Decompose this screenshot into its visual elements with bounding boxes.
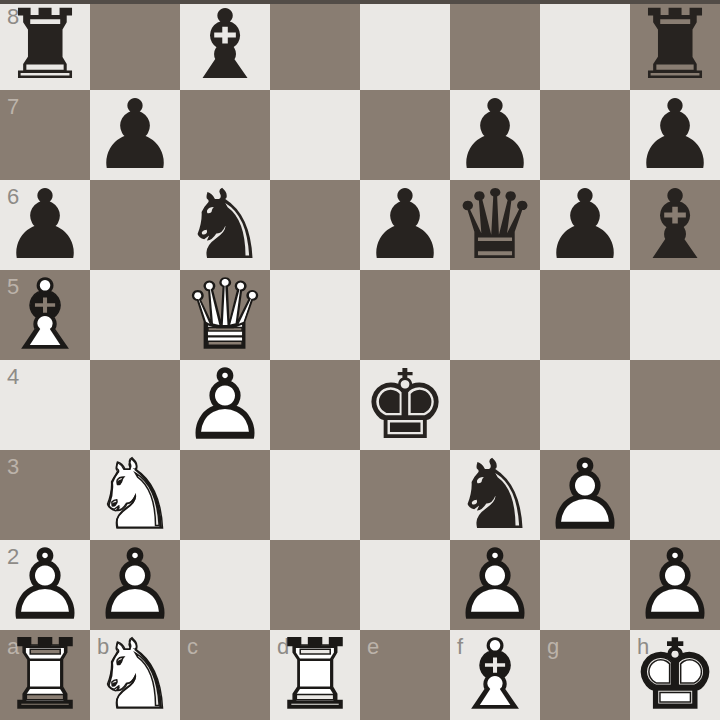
piece-black-bishop[interactable]: ♝ <box>180 0 270 90</box>
square-f8[interactable] <box>450 0 540 90</box>
piece-white-pawn[interactable]: ♟♙ <box>90 540 180 630</box>
square-h6[interactable]: ♝ <box>630 180 720 270</box>
square-g6[interactable]: ♟ <box>540 180 630 270</box>
square-a5[interactable]: 5♝♗ <box>0 270 90 360</box>
piece-white-pawn[interactable]: ♟♙ <box>0 540 90 630</box>
square-h7[interactable]: ♟ <box>630 90 720 180</box>
piece-glyph-fill: ♟ <box>450 90 540 180</box>
square-b1[interactable]: b♞♘ <box>90 630 180 720</box>
square-b7[interactable]: ♟ <box>90 90 180 180</box>
piece-white-rook[interactable]: ♜♖ <box>0 630 90 720</box>
square-c3[interactable] <box>180 450 270 540</box>
square-a2[interactable]: 2♟♙ <box>0 540 90 630</box>
piece-glyph-fill: ♟ <box>90 90 180 180</box>
square-d4[interactable] <box>270 360 360 450</box>
square-g5[interactable] <box>540 270 630 360</box>
piece-black-rook[interactable]: ♜ <box>630 0 720 90</box>
square-e4[interactable]: ♚ <box>360 360 450 450</box>
piece-white-bishop[interactable]: ♝♗ <box>0 270 90 360</box>
piece-black-pawn[interactable]: ♟ <box>540 180 630 270</box>
chess-board: 8♜♝♜7♟♟♟6♟♞♟♛♟♝5♝♗♛♕4♟♙♚3♞♘♞♟♙2♟♙♟♙♟♙♟♙a… <box>0 0 720 720</box>
square-c6[interactable]: ♞ <box>180 180 270 270</box>
piece-white-pawn[interactable]: ♟♙ <box>540 450 630 540</box>
square-g1[interactable]: g <box>540 630 630 720</box>
piece-glyph-outline: ♗ <box>450 630 540 720</box>
piece-white-rook[interactable]: ♜♖ <box>270 630 360 720</box>
piece-glyph-fill: ♜ <box>630 0 720 90</box>
top-edge-strip <box>0 0 720 4</box>
piece-black-queen[interactable]: ♛ <box>450 180 540 270</box>
square-b3[interactable]: ♞♘ <box>90 450 180 540</box>
square-e7[interactable] <box>360 90 450 180</box>
square-d8[interactable] <box>270 0 360 90</box>
square-a3[interactable]: 3 <box>0 450 90 540</box>
file-label-g: g <box>547 635 559 659</box>
square-g4[interactable] <box>540 360 630 450</box>
square-d2[interactable] <box>270 540 360 630</box>
square-b8[interactable] <box>90 0 180 90</box>
square-a1[interactable]: a♜♖ <box>0 630 90 720</box>
square-d6[interactable] <box>270 180 360 270</box>
square-h3[interactable] <box>630 450 720 540</box>
square-a4[interactable]: 4 <box>0 360 90 450</box>
square-h8[interactable]: ♜ <box>630 0 720 90</box>
piece-black-pawn[interactable]: ♟ <box>360 180 450 270</box>
piece-glyph-outline: ♙ <box>630 540 720 630</box>
piece-glyph-fill: ♛ <box>450 180 540 270</box>
square-h1[interactable]: h♚♔ <box>630 630 720 720</box>
square-d5[interactable] <box>270 270 360 360</box>
piece-glyph-outline: ♘ <box>90 630 180 720</box>
piece-glyph-fill: ♜ <box>0 0 90 90</box>
square-f1[interactable]: f♝♗ <box>450 630 540 720</box>
square-c5[interactable]: ♛♕ <box>180 270 270 360</box>
rank-label-3: 3 <box>7 455 19 479</box>
piece-glyph-outline: ♗ <box>0 270 90 360</box>
square-h4[interactable] <box>630 360 720 450</box>
piece-white-king[interactable]: ♚♔ <box>630 630 720 720</box>
square-e1[interactable]: e <box>360 630 450 720</box>
square-g8[interactable] <box>540 0 630 90</box>
piece-glyph-outline: ♖ <box>270 630 360 720</box>
square-e5[interactable] <box>360 270 450 360</box>
square-h2[interactable]: ♟♙ <box>630 540 720 630</box>
piece-black-pawn[interactable]: ♟ <box>630 90 720 180</box>
piece-black-king[interactable]: ♚ <box>360 360 450 450</box>
piece-glyph-fill: ♝ <box>180 0 270 90</box>
piece-black-knight[interactable]: ♞ <box>180 180 270 270</box>
square-b5[interactable] <box>90 270 180 360</box>
square-c2[interactable] <box>180 540 270 630</box>
square-e3[interactable] <box>360 450 450 540</box>
square-f2[interactable]: ♟♙ <box>450 540 540 630</box>
file-label-c: c <box>187 635 198 659</box>
piece-black-knight[interactable]: ♞ <box>450 450 540 540</box>
piece-glyph-fill: ♟ <box>0 180 90 270</box>
square-a7[interactable]: 7 <box>0 90 90 180</box>
piece-white-pawn[interactable]: ♟♙ <box>180 360 270 450</box>
piece-glyph-fill: ♟ <box>360 180 450 270</box>
square-d1[interactable]: d♜♖ <box>270 630 360 720</box>
square-a8[interactable]: 8♜ <box>0 0 90 90</box>
rank-label-7: 7 <box>7 95 19 119</box>
piece-glyph-outline: ♕ <box>180 270 270 360</box>
square-c8[interactable]: ♝ <box>180 0 270 90</box>
piece-glyph-outline: ♙ <box>0 540 90 630</box>
piece-white-pawn[interactable]: ♟♙ <box>630 540 720 630</box>
square-f4[interactable] <box>450 360 540 450</box>
piece-black-bishop[interactable]: ♝ <box>630 180 720 270</box>
board-frame: 8♜♝♜7♟♟♟6♟♞♟♛♟♝5♝♗♛♕4♟♙♚3♞♘♞♟♙2♟♙♟♙♟♙♟♙a… <box>0 0 720 720</box>
piece-glyph-fill: ♞ <box>450 450 540 540</box>
file-label-e: e <box>367 635 379 659</box>
piece-black-pawn[interactable]: ♟ <box>90 90 180 180</box>
square-e6[interactable]: ♟ <box>360 180 450 270</box>
square-g2[interactable] <box>540 540 630 630</box>
square-g7[interactable] <box>540 90 630 180</box>
piece-glyph-fill: ♚ <box>360 360 450 450</box>
piece-glyph-outline: ♙ <box>90 540 180 630</box>
piece-glyph-outline: ♘ <box>90 450 180 540</box>
rank-label-4: 4 <box>7 365 19 389</box>
square-e8[interactable] <box>360 0 450 90</box>
square-f3[interactable]: ♞ <box>450 450 540 540</box>
piece-glyph-fill: ♟ <box>540 180 630 270</box>
square-d7[interactable] <box>270 90 360 180</box>
square-b4[interactable] <box>90 360 180 450</box>
piece-black-pawn[interactable]: ♟ <box>0 180 90 270</box>
piece-white-knight[interactable]: ♞♘ <box>90 630 180 720</box>
square-d3[interactable] <box>270 450 360 540</box>
square-f6[interactable]: ♛ <box>450 180 540 270</box>
piece-glyph-outline: ♖ <box>0 630 90 720</box>
piece-white-queen[interactable]: ♛♕ <box>180 270 270 360</box>
piece-glyph-fill: ♟ <box>630 90 720 180</box>
piece-glyph-outline: ♔ <box>630 630 720 720</box>
square-b6[interactable] <box>90 180 180 270</box>
piece-glyph-fill: ♞ <box>180 180 270 270</box>
square-f7[interactable]: ♟ <box>450 90 540 180</box>
piece-glyph-outline: ♙ <box>180 360 270 450</box>
piece-black-pawn[interactable]: ♟ <box>450 90 540 180</box>
piece-black-rook[interactable]: ♜ <box>0 0 90 90</box>
piece-glyph-fill: ♝ <box>630 180 720 270</box>
square-h5[interactable] <box>630 270 720 360</box>
square-c4[interactable]: ♟♙ <box>180 360 270 450</box>
piece-glyph-outline: ♙ <box>450 540 540 630</box>
square-e2[interactable] <box>360 540 450 630</box>
piece-white-knight[interactable]: ♞♘ <box>90 450 180 540</box>
square-c1[interactable]: c <box>180 630 270 720</box>
piece-white-pawn[interactable]: ♟♙ <box>450 540 540 630</box>
square-f5[interactable] <box>450 270 540 360</box>
square-g3[interactable]: ♟♙ <box>540 450 630 540</box>
square-a6[interactable]: 6♟ <box>0 180 90 270</box>
piece-glyph-outline: ♙ <box>540 450 630 540</box>
piece-white-bishop[interactable]: ♝♗ <box>450 630 540 720</box>
square-b2[interactable]: ♟♙ <box>90 540 180 630</box>
square-c7[interactable] <box>180 90 270 180</box>
